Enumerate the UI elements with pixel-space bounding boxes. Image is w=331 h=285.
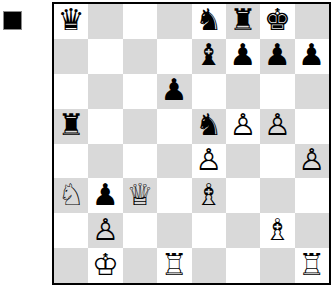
black-knight-icon: ♞ bbox=[195, 5, 222, 35]
square-f3[interactable] bbox=[226, 178, 260, 213]
square-g8[interactable]: ♚ bbox=[260, 4, 294, 39]
square-f6[interactable] bbox=[226, 74, 260, 109]
square-e8[interactable]: ♞ bbox=[192, 4, 226, 39]
black-pawn-icon: ♟ bbox=[230, 40, 257, 70]
black-knight-icon: ♞ bbox=[195, 110, 222, 140]
square-e1[interactable] bbox=[192, 248, 226, 283]
square-e4[interactable]: ♙ bbox=[192, 144, 226, 179]
square-g4[interactable] bbox=[260, 144, 294, 179]
square-c2[interactable] bbox=[123, 213, 157, 248]
square-a6[interactable] bbox=[54, 74, 88, 109]
black-rook-icon: ♜ bbox=[58, 110, 85, 140]
square-f4[interactable] bbox=[226, 144, 260, 179]
square-b8[interactable] bbox=[88, 4, 122, 39]
black-pawn-icon: ♟ bbox=[161, 75, 188, 105]
square-b7[interactable] bbox=[88, 39, 122, 74]
square-e3[interactable]: ♗ bbox=[192, 178, 226, 213]
square-a5[interactable]: ♜ bbox=[54, 109, 88, 144]
white-pawn-icon: ♙ bbox=[195, 145, 222, 175]
square-b5[interactable] bbox=[88, 109, 122, 144]
square-d6[interactable]: ♟ bbox=[157, 74, 191, 109]
white-king-icon: ♔ bbox=[92, 250, 119, 280]
square-a1[interactable] bbox=[54, 248, 88, 283]
black-bishop-icon: ♝ bbox=[195, 40, 222, 70]
square-h7[interactable]: ♟ bbox=[295, 39, 329, 74]
square-a4[interactable] bbox=[54, 144, 88, 179]
square-g5[interactable]: ♙ bbox=[260, 109, 294, 144]
square-b6[interactable] bbox=[88, 74, 122, 109]
white-pawn-icon: ♙ bbox=[298, 145, 325, 175]
black-pawn-icon: ♟ bbox=[92, 180, 119, 210]
white-queen-icon: ♕ bbox=[126, 180, 153, 210]
square-a3[interactable]: ♘ bbox=[54, 178, 88, 213]
square-h5[interactable] bbox=[295, 109, 329, 144]
square-e7[interactable]: ♝ bbox=[192, 39, 226, 74]
square-f1[interactable] bbox=[226, 248, 260, 283]
square-c6[interactable] bbox=[123, 74, 157, 109]
black-king-icon: ♚ bbox=[264, 5, 291, 35]
white-pawn-icon: ♙ bbox=[230, 110, 257, 140]
square-f5[interactable]: ♙ bbox=[226, 109, 260, 144]
square-a2[interactable] bbox=[54, 213, 88, 248]
white-pawn-icon: ♙ bbox=[92, 215, 119, 245]
square-a8[interactable]: ♛ bbox=[54, 4, 88, 39]
square-c3[interactable]: ♕ bbox=[123, 178, 157, 213]
square-h8[interactable] bbox=[295, 4, 329, 39]
black-rook-icon: ♜ bbox=[230, 5, 257, 35]
square-e5[interactable]: ♞ bbox=[192, 109, 226, 144]
square-b4[interactable] bbox=[88, 144, 122, 179]
square-g2[interactable]: ♗ bbox=[260, 213, 294, 248]
square-b3[interactable]: ♟ bbox=[88, 178, 122, 213]
square-d1[interactable]: ♖ bbox=[157, 248, 191, 283]
square-h1[interactable]: ♖ bbox=[295, 248, 329, 283]
white-rook-icon: ♖ bbox=[161, 250, 188, 280]
square-b1[interactable]: ♔ bbox=[88, 248, 122, 283]
white-bishop-icon: ♗ bbox=[264, 215, 291, 245]
black-to-move-indicator bbox=[3, 11, 22, 30]
square-d7[interactable] bbox=[157, 39, 191, 74]
chess-diagram: ♛♞♜♚♝♟♟♟♟♜♞♙♙♙♙♘♟♕♗♙♗♔♖♖ bbox=[0, 0, 331, 285]
square-c8[interactable] bbox=[123, 4, 157, 39]
square-g3[interactable] bbox=[260, 178, 294, 213]
square-c5[interactable] bbox=[123, 109, 157, 144]
white-pawn-icon: ♙ bbox=[264, 110, 291, 140]
square-h3[interactable] bbox=[295, 178, 329, 213]
square-b2[interactable]: ♙ bbox=[88, 213, 122, 248]
square-d4[interactable] bbox=[157, 144, 191, 179]
square-c7[interactable] bbox=[123, 39, 157, 74]
black-pawn-icon: ♟ bbox=[298, 40, 325, 70]
square-f8[interactable]: ♜ bbox=[226, 4, 260, 39]
square-g7[interactable]: ♟ bbox=[260, 39, 294, 74]
square-h6[interactable] bbox=[295, 74, 329, 109]
black-pawn-icon: ♟ bbox=[264, 40, 291, 70]
square-h4[interactable]: ♙ bbox=[295, 144, 329, 179]
square-g1[interactable] bbox=[260, 248, 294, 283]
square-h2[interactable] bbox=[295, 213, 329, 248]
white-bishop-icon: ♗ bbox=[195, 180, 222, 210]
square-a7[interactable] bbox=[54, 39, 88, 74]
square-e2[interactable] bbox=[192, 213, 226, 248]
square-d3[interactable] bbox=[157, 178, 191, 213]
square-c4[interactable] bbox=[123, 144, 157, 179]
black-queen-icon: ♛ bbox=[58, 5, 85, 35]
square-d2[interactable] bbox=[157, 213, 191, 248]
square-c1[interactable] bbox=[123, 248, 157, 283]
white-rook-icon: ♖ bbox=[298, 250, 325, 280]
square-f2[interactable] bbox=[226, 213, 260, 248]
square-f7[interactable]: ♟ bbox=[226, 39, 260, 74]
white-knight-icon: ♘ bbox=[58, 180, 85, 210]
square-g6[interactable] bbox=[260, 74, 294, 109]
square-d8[interactable] bbox=[157, 4, 191, 39]
chess-board: ♛♞♜♚♝♟♟♟♟♜♞♙♙♙♙♘♟♕♗♙♗♔♖♖ bbox=[52, 2, 331, 285]
square-d5[interactable] bbox=[157, 109, 191, 144]
square-e6[interactable] bbox=[192, 74, 226, 109]
